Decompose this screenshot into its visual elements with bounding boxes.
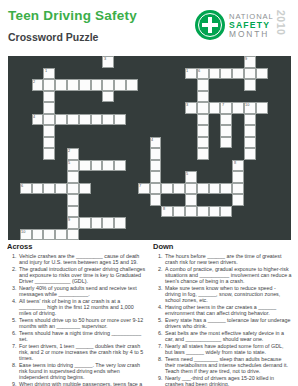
grid-cell-r8-c20[interactable] [244, 148, 256, 160]
grid-cell-r8-c3[interactable] [43, 148, 55, 160]
grid-cell-r4-c17[interactable] [209, 102, 221, 114]
grid-cell-r10-c5[interactable] [67, 171, 79, 183]
clues-section: Across 1.Vehicle crashes are the _______… [6, 242, 298, 386]
across-heading: Across [7, 242, 146, 251]
clue-text: Nearly all states have adopted some form… [165, 343, 292, 355]
grid-cell-r0-c20[interactable]: 9 [244, 56, 256, 68]
grid-cell-r14-c8[interactable] [102, 217, 114, 229]
grid-cell-r14-c7[interactable] [91, 217, 103, 229]
crossword-page: { "header": { "title": "Teen Driving Saf… [0, 0, 298, 386]
grid-cell-r9-c19[interactable]: 8 [232, 160, 244, 172]
grid-cell-r11-c15[interactable] [185, 183, 197, 195]
grid-cell-r13-c5[interactable] [67, 206, 79, 218]
down-heading: Down [153, 242, 292, 251]
grid-cell-r11-c11[interactable]: 7 [138, 183, 150, 195]
grid-cell-r15-c5[interactable] [67, 229, 79, 241]
grid-cell-r13-c13[interactable]: 8 [161, 206, 173, 218]
grid-cell-r4-c3[interactable] [43, 102, 55, 114]
grid-cell-r15-c4[interactable] [55, 229, 67, 241]
grid-cell-r9-c6[interactable] [79, 160, 91, 172]
grid-cell-r12-c12[interactable] [150, 194, 162, 206]
cell-number: 3 [186, 103, 188, 107]
grid-cell-r12-c15[interactable] [185, 194, 197, 206]
cell-number: 10 [245, 103, 249, 107]
down-clue-7: 7.Nearly all states have adopted some fo… [152, 343, 292, 355]
clue-text: Teens need ________ sleep than adults be… [165, 356, 292, 374]
grid-cell-r1-c15[interactable]: 1 [185, 68, 197, 80]
down-clue-5: 5.Every state has a ______ tolerance law… [152, 317, 292, 329]
cell-number: 4 [151, 138, 153, 142]
grid-cell-r11-c17[interactable] [209, 183, 221, 195]
grid-cell-r5-c18[interactable] [220, 114, 232, 126]
cell-number: 2 [33, 80, 35, 84]
grid-cell-r9-c7[interactable] [91, 160, 103, 172]
across-clue-7: 7.For teen drivers, 1 teen ______ double… [6, 343, 146, 361]
clue-number: 6. [6, 330, 19, 342]
clue-text: Having other teens in the car creates a … [165, 304, 292, 316]
down-clue-3: 3.Make sure teens know when to reduce sp… [152, 285, 292, 303]
grid-cell-r5-c16[interactable] [197, 114, 209, 126]
clue-text: Make sure teens know when to reduce spee… [165, 285, 292, 303]
grid-cell-r11-c12[interactable] [150, 183, 162, 195]
grid-cell-r2-c10[interactable] [126, 79, 138, 91]
cell-number: 8 [163, 207, 165, 211]
grid-cell-r10-c19[interactable] [232, 171, 244, 183]
grid-cell-r2-c4[interactable] [55, 79, 67, 91]
down-clue-6: 6.Seat belts are the most effective safe… [152, 330, 292, 342]
grid-cell-r11-c6[interactable] [79, 183, 91, 195]
grid-cell-r2-c20[interactable] [244, 79, 256, 91]
grid-cell-r10-c15[interactable]: 5 [185, 171, 197, 183]
across-clues-list: 1.Vehicle crashes are the _________ caus… [6, 253, 146, 386]
clue-text: For teen drivers, 1 teen ______ doubles … [19, 343, 146, 361]
grid-cell-r1-c17[interactable] [209, 68, 221, 80]
grid-cell-r5-c7[interactable] [91, 114, 103, 126]
grid-cell-r3-c3[interactable] [43, 91, 55, 103]
grid-cell-r12-c5[interactable] [67, 194, 79, 206]
grid-cell-r2-c9[interactable] [114, 79, 126, 91]
grid-cell-r5-c20[interactable] [244, 114, 256, 126]
grid-cell-r11-c4[interactable] [55, 183, 67, 195]
grid-cell-r1-c19[interactable] [232, 68, 244, 80]
crossword-grid: 3911623710442585678910 [8, 56, 291, 240]
grid-cell-r0-c8[interactable]: 3 [102, 56, 114, 68]
grid-cell-r2-c6[interactable] [79, 79, 91, 91]
clue-text: The hours before ______ are the time of … [165, 253, 292, 265]
grid-cell-r14-c9[interactable] [114, 217, 126, 229]
grid-cell-r5-c4[interactable] [55, 114, 67, 126]
clue-number: 7. [6, 343, 19, 361]
grid-cell-r8-c5[interactable]: 2 [67, 148, 79, 160]
nsc-emblem-icon [195, 10, 225, 40]
clue-number: 8. [152, 356, 165, 374]
across-clue-9: 9.When driving with multiple passengers,… [6, 381, 146, 386]
grid-cell-r7-c18[interactable] [220, 137, 232, 149]
cell-number: 9 [68, 218, 70, 222]
across-clue-2: 2.The gradual introduction of greater dr… [6, 266, 146, 284]
clue-number: 8. [6, 362, 19, 380]
down-clue-1: 1.The hours before ______ are the time o… [152, 253, 292, 265]
grid-cell-r4-c15[interactable]: 3 [185, 102, 197, 114]
grid-cell-r13-c14[interactable] [173, 206, 185, 218]
cell-number: 6 [198, 69, 200, 73]
cell-number: 8 [234, 161, 236, 165]
grid-cell-r7-c20[interactable] [244, 137, 256, 149]
grid-cell-r11-c19[interactable] [232, 183, 244, 195]
grid-cell-r1-c18[interactable] [220, 68, 232, 80]
grid-cell-r4-c21[interactable] [256, 102, 268, 114]
clue-number: 4. [6, 298, 19, 316]
grid-cell-r11-c14[interactable] [173, 183, 185, 195]
grid-cell-r15-c3[interactable] [43, 229, 55, 241]
grid-cell-r13-c15[interactable] [185, 206, 197, 218]
grid-cell-r12-c19[interactable] [232, 194, 244, 206]
clue-number: 1. [6, 253, 19, 265]
grid-cell-r2-c8[interactable] [102, 79, 114, 91]
grid-cell-r5-c9[interactable] [114, 114, 126, 126]
clue-number: 2. [152, 266, 165, 284]
grid-cell-r6-c3[interactable] [43, 125, 55, 137]
grid-cell-r4-c20[interactable]: 10 [244, 102, 256, 114]
grid-cell-r4-c18[interactable]: 7 [220, 102, 232, 114]
grid-cell-r6-c18[interactable] [220, 125, 232, 137]
grid-cell-r11-c13[interactable] [161, 183, 173, 195]
clue-number: 6. [152, 330, 165, 342]
across-clues: Across 1.Vehicle crashes are the _______… [6, 242, 152, 386]
clue-number: 9. [6, 381, 19, 386]
grid-cell-r4-c16[interactable] [197, 102, 209, 114]
grid-cell-r15-c1[interactable]: 10 [20, 229, 32, 241]
grid-cell-r8-c12[interactable] [150, 148, 162, 160]
grid-cell-r1-c3[interactable]: 1 [43, 68, 55, 80]
cell-number: 7 [139, 184, 141, 188]
grid-cell-r7-c16[interactable] [197, 137, 209, 149]
logo-year: 2010 [275, 10, 287, 40]
grid-cell-r11-c1[interactable]: 6 [20, 183, 32, 195]
clue-text: Nearly ___-third of drivers ages 15-20 k… [165, 375, 292, 386]
grid-cell-r2-c7[interactable] [91, 79, 103, 91]
clue-number: 3. [152, 285, 165, 303]
cell-number: 4 [33, 115, 35, 119]
national-safety-month-logo: NATIONAL SAFETY MONTH 2010 [195, 10, 287, 40]
across-clue-3: 3.Nearly 40% of young adults send and re… [6, 285, 146, 297]
page-subtitle: Crossword Puzzle [8, 31, 98, 43]
grid-cell-r14-c6[interactable] [79, 217, 91, 229]
grid-cell-r13-c16[interactable] [197, 206, 209, 218]
grid-cell-r2-c5[interactable] [67, 79, 79, 91]
cell-number: 1 [186, 69, 188, 73]
grid-cell-r13-c18[interactable] [220, 206, 232, 218]
cell-number: 6 [21, 184, 23, 188]
clue-number: 1. [152, 253, 165, 265]
grid-cell-r5-c6[interactable] [79, 114, 91, 126]
grid-cell-r7-c12[interactable]: 4 [150, 137, 162, 149]
down-clue-9: 9.Nearly ___-third of drivers ages 15-20… [152, 375, 292, 386]
grid-cell-r9-c5[interactable]: 5 [67, 160, 79, 172]
clue-text: Teens should have a night time driving _… [19, 330, 146, 342]
clue-number: 2. [6, 266, 19, 284]
clue-text: All teens' risk of being in a car crash … [19, 298, 146, 316]
grid-cell-r1-c20[interactable] [244, 68, 256, 80]
clue-text: Ease teens into driving ______. The very… [19, 362, 146, 380]
grid-cell-r2-c3[interactable] [43, 79, 55, 91]
grid-cell-r2-c2[interactable]: 2 [32, 79, 44, 91]
clue-number: 4. [152, 304, 165, 316]
grid-cell-r11-c16[interactable] [197, 183, 209, 195]
clue-number: 3. [6, 285, 19, 297]
logo-month: MONTH [229, 30, 274, 39]
grid-cell-r3-c16[interactable] [197, 91, 209, 103]
cell-number: 10 [21, 230, 25, 234]
grid-cell-r11-c18[interactable] [220, 183, 232, 195]
clue-text: A combo of practice, gradual exposure to… [165, 266, 292, 284]
across-clue-6: 6.Teens should have a night time driving… [6, 330, 146, 342]
clue-text: The gradual introduction of greater driv… [19, 266, 146, 284]
clue-text: Every state has a ______ tolerance law f… [165, 317, 292, 329]
emblem-cross-icon [202, 23, 218, 27]
clue-number: 5. [6, 317, 19, 329]
grid-cell-r11-c3[interactable] [43, 183, 55, 195]
down-clue-2: 2.A combo of practice, gradual exposure … [152, 266, 292, 284]
down-clue-8: 8.Teens need ________ sleep than adults … [152, 356, 292, 374]
grid-cell-r4-c19[interactable] [232, 102, 244, 114]
grid-cell-r9-c8[interactable] [102, 160, 114, 172]
down-clues-list: 1.The hours before ______ are the time o… [152, 253, 292, 386]
cell-number: 5 [68, 161, 70, 165]
grid-cell-r15-c2[interactable] [32, 229, 44, 241]
down-clue-4: 4.Having other teens in the car creates … [152, 304, 292, 316]
grid-cell-r8-c16[interactable] [197, 148, 209, 160]
grid-cell-r6-c16[interactable] [197, 125, 209, 137]
cell-number: 7 [222, 103, 224, 107]
clue-number: 7. [152, 343, 165, 355]
cell-number: 2 [68, 149, 70, 153]
cell-number: 1 [45, 69, 47, 73]
across-clue-8: 8.Ease teens into driving ______. The ve… [6, 362, 146, 380]
page-title: Teen Driving Safety [8, 8, 137, 23]
grid-cell-r11-c5[interactable] [67, 183, 79, 195]
clue-text: Seat belts are the most effective safety… [165, 330, 292, 342]
grid-cell-r13-c17[interactable] [209, 206, 221, 218]
grid-cell-r11-c2[interactable] [32, 183, 44, 195]
clue-text: Nearly 40% of young adults send and rece… [19, 285, 146, 297]
grid-cell-r9-c12[interactable] [150, 160, 162, 172]
across-clue-5: 5.Teens should drive up to 50 hours or m… [6, 317, 146, 329]
logo-text: NATIONAL SAFETY MONTH [229, 12, 274, 39]
clue-text: When driving with multiple passengers, t… [19, 381, 146, 386]
clue-number: 5. [152, 317, 165, 329]
clue-text: Teens should drive up to 50 hours or mor… [19, 317, 146, 329]
grid-cell-r9-c9[interactable] [114, 160, 126, 172]
clue-number: 9. [152, 375, 165, 386]
grid-cell-r3-c8[interactable] [102, 91, 114, 103]
grid-cell-r1-c16[interactable]: 6 [197, 68, 209, 80]
clue-text: Vehicle crashes are the _________ cause … [19, 253, 146, 265]
cell-number: 9 [245, 57, 247, 61]
grid-cell-r2-c16[interactable] [197, 79, 209, 91]
across-clue-4: 4.All teens' risk of being in a car cras… [6, 298, 146, 316]
grid-cell-r5-c3[interactable] [43, 114, 55, 126]
grid-cell-r5-c8[interactable] [102, 114, 114, 126]
grid-cell-r14-c5[interactable]: 9 [67, 217, 79, 229]
grid-cell-r10-c12[interactable] [150, 171, 162, 183]
across-clue-1: 1.Vehicle crashes are the _________ caus… [6, 253, 146, 265]
grid-cell-r7-c3[interactable] [43, 137, 55, 149]
grid-cell-r6-c20[interactable] [244, 125, 256, 137]
grid-cell-r5-c5[interactable] [67, 114, 79, 126]
grid-cell-r5-c2[interactable]: 4 [32, 114, 44, 126]
down-clues: Down 1.The hours before ______ are the t… [152, 242, 298, 386]
cell-number: 5 [186, 172, 188, 176]
grid-cell-r1-c21[interactable] [256, 68, 268, 80]
cell-number: 3 [104, 57, 106, 61]
